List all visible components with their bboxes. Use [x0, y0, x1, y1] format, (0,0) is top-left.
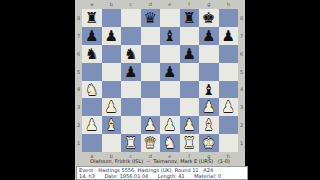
black-queen-d8[interactable]: ♛: [141, 9, 161, 27]
details-line: 14. h3 Date: 1956.01.04 Length: 41 Mater…: [79, 173, 245, 179]
white-bishop-b2[interactable]: ♝: [102, 116, 122, 134]
white-pawn-g3[interactable]: ♟: [199, 98, 219, 116]
square-h6[interactable]: [219, 45, 239, 63]
coord-label-3: 3: [75, 98, 82, 116]
white-pawn-b3[interactable]: ♟: [102, 98, 122, 116]
coord-label-6: 6: [75, 45, 82, 63]
coord-label-4: 4: [238, 81, 245, 99]
square-b5[interactable]: [102, 63, 122, 81]
square-b1[interactable]: [102, 134, 122, 152]
white-rook-c1[interactable]: ♜: [121, 134, 141, 152]
coord-label-8: 8: [75, 9, 82, 27]
white-knight-e1[interactable]: ♞: [160, 134, 180, 152]
black-pawn-f6[interactable]: ♟: [180, 45, 200, 63]
square-e4[interactable]: [160, 81, 180, 99]
square-f4[interactable]: [180, 81, 200, 99]
square-g7[interactable]: ♟: [199, 27, 219, 45]
square-d8[interactable]: ♛: [141, 9, 161, 27]
square-h7[interactable]: ♟: [219, 27, 239, 45]
square-h3[interactable]: ♟: [219, 98, 239, 116]
black-pawn-h7[interactable]: ♟: [219, 27, 239, 45]
square-d6[interactable]: [141, 45, 161, 63]
coord-label-g: g: [199, 0, 219, 9]
square-b7[interactable]: ♟: [102, 27, 122, 45]
square-g4[interactable]: ♝: [199, 81, 219, 99]
square-c8[interactable]: [121, 9, 141, 27]
square-e5[interactable]: ♟: [160, 63, 180, 81]
square-g8[interactable]: ♚: [199, 9, 219, 27]
square-f7[interactable]: [180, 27, 200, 45]
square-g5[interactable]: [199, 63, 219, 81]
square-a1[interactable]: [82, 134, 102, 152]
square-b3[interactable]: ♟: [102, 98, 122, 116]
coord-label-c: c: [121, 0, 141, 9]
square-c1[interactable]: ♜: [121, 134, 141, 152]
square-g3[interactable]: ♟: [199, 98, 219, 116]
square-d1[interactable]: ♛: [141, 134, 161, 152]
black-rook-a8[interactable]: ♜: [82, 9, 102, 27]
coord-label-a: a: [82, 0, 102, 9]
square-b2[interactable]: ♝: [102, 116, 122, 134]
letterbox-left: [0, 0, 75, 180]
square-a8[interactable]: ♜: [82, 9, 102, 27]
players-result-line: Olafsson, Fridrik (ISL) -- Taimanov, Mar…: [75, 158, 245, 165]
coord-label-4: 4: [75, 81, 82, 99]
square-g6[interactable]: [199, 45, 219, 63]
black-rook-f8[interactable]: ♜: [180, 9, 200, 27]
white-pawn-e2[interactable]: ♟: [160, 116, 180, 134]
coord-label-5: 5: [75, 63, 82, 81]
square-c6[interactable]: ♞: [121, 45, 141, 63]
square-d5[interactable]: [141, 63, 161, 81]
square-f2[interactable]: ♟: [180, 116, 200, 134]
square-h4[interactable]: [219, 81, 239, 99]
coord-label-1: 1: [75, 134, 82, 152]
coord-label-8: 8: [238, 9, 245, 27]
square-a4[interactable]: ♞: [82, 81, 102, 99]
square-e8[interactable]: [160, 9, 180, 27]
rank-labels-left: 87654321: [75, 9, 82, 152]
file-labels-top: abcdefgh: [82, 0, 238, 9]
square-b4[interactable]: [102, 81, 122, 99]
coord-label-b: b: [102, 0, 122, 9]
coord-label-2: 2: [238, 116, 245, 134]
game-info-box: Event : Hastings 5556, Hastings (UK), Ro…: [76, 166, 248, 180]
black-pawn-b7[interactable]: ♟: [102, 27, 122, 45]
square-c3[interactable]: [121, 98, 141, 116]
letterbox-right: [245, 0, 320, 180]
square-e2[interactable]: ♟: [160, 116, 180, 134]
square-e7[interactable]: ♝: [160, 27, 180, 45]
square-f5[interactable]: [180, 63, 200, 81]
white-pawn-a2[interactable]: ♟: [82, 116, 102, 134]
square-h2[interactable]: [219, 116, 239, 134]
white-pawn-f2[interactable]: ♟: [180, 116, 200, 134]
board-frame: abcdefgh 87654321 ♜♛♜♚♟♟♝♟♟♞♞♟♟♟♞♝♟♟♟♟♝♟…: [75, 0, 245, 180]
square-a3[interactable]: [82, 98, 102, 116]
square-h8[interactable]: [219, 9, 239, 27]
square-f8[interactable]: ♜: [180, 9, 200, 27]
black-knight-a6[interactable]: ♞: [82, 45, 102, 63]
square-e3[interactable]: [160, 98, 180, 116]
white-pawn-d2[interactable]: ♟: [141, 116, 161, 134]
square-c5[interactable]: ♟: [121, 63, 141, 81]
coord-label-7: 7: [75, 27, 82, 45]
black-pawn-e5[interactable]: ♟: [160, 63, 180, 81]
square-g1[interactable]: ♚: [199, 134, 219, 152]
coord-label-d: d: [141, 0, 161, 9]
white-pawn-h3[interactable]: ♟: [219, 98, 239, 116]
coord-label-2: 2: [75, 116, 82, 134]
black-king-g8[interactable]: ♚: [199, 9, 219, 27]
coord-label-3: 3: [238, 98, 245, 116]
coord-label-5: 5: [238, 63, 245, 81]
square-d4[interactable]: [141, 81, 161, 99]
coord-label-f: f: [180, 0, 200, 9]
square-c4[interactable]: [121, 81, 141, 99]
square-d3[interactable]: [141, 98, 161, 116]
square-e1[interactable]: ♞: [160, 134, 180, 152]
square-h5[interactable]: [219, 63, 239, 81]
square-d7[interactable]: [141, 27, 161, 45]
white-queen-d1[interactable]: ♛: [141, 134, 161, 152]
square-a7[interactable]: ♟: [82, 27, 102, 45]
black-bishop-e7[interactable]: ♝: [160, 27, 180, 45]
white-bishop-g2[interactable]: ♝: [199, 116, 219, 134]
square-f3[interactable]: [180, 98, 200, 116]
coord-label-e: e: [160, 0, 180, 9]
black-knight-c6[interactable]: ♞: [121, 45, 141, 63]
chess-board[interactable]: ♜♛♜♚♟♟♝♟♟♞♞♟♟♟♞♝♟♟♟♟♝♟♟♟♝♜♛♞♜♚: [82, 9, 238, 152]
square-c7[interactable]: [121, 27, 141, 45]
black-pawn-a7[interactable]: ♟: [82, 27, 102, 45]
coord-label-1: 1: [238, 134, 245, 152]
white-rook-f1[interactable]: ♜: [180, 134, 200, 152]
square-a5[interactable]: [82, 63, 102, 81]
square-c2[interactable]: [121, 116, 141, 134]
square-e6[interactable]: [160, 45, 180, 63]
square-a2[interactable]: ♟: [82, 116, 102, 134]
square-f6[interactable]: ♟: [180, 45, 200, 63]
black-pawn-g7[interactable]: ♟: [199, 27, 219, 45]
rank-labels-right: 87654321: [238, 9, 245, 152]
square-g2[interactable]: ♝: [199, 116, 219, 134]
coord-label-6: 6: [238, 45, 245, 63]
white-king-g1[interactable]: ♚: [199, 134, 219, 152]
square-b6[interactable]: [102, 45, 122, 63]
square-b8[interactable]: [102, 9, 122, 27]
square-a6[interactable]: ♞: [82, 45, 102, 63]
square-d2[interactable]: ♟: [141, 116, 161, 134]
coord-label-7: 7: [238, 27, 245, 45]
coord-label-h: h: [219, 0, 239, 9]
white-knight-a4[interactable]: ♞: [82, 81, 102, 99]
black-pawn-c5[interactable]: ♟: [121, 63, 141, 81]
square-f1[interactable]: ♜: [180, 134, 200, 152]
black-bishop-g4[interactable]: ♝: [199, 81, 219, 99]
square-h1[interactable]: [219, 134, 239, 152]
